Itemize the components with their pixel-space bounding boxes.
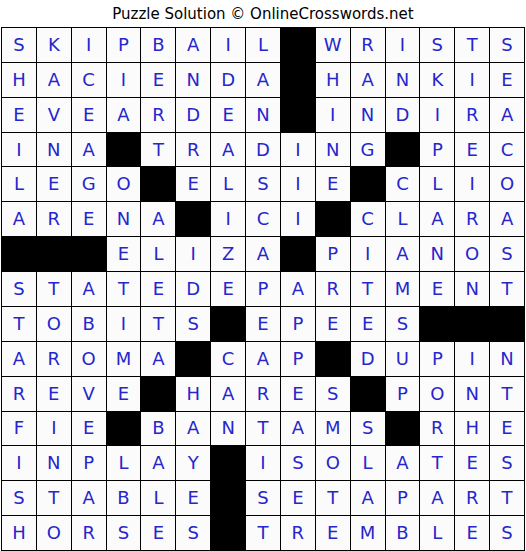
black-cell-r10c10 [316,342,350,376]
letter-cell-r4c13: P [420,133,454,167]
letter-cell-r13c5: A [141,446,175,480]
letter-cell-r15c12: B [386,516,420,550]
letter-cell-r14c1: S [2,481,36,515]
letter-cell-r13c1: I [2,446,36,480]
letter-cell-r9c5: T [141,307,175,341]
letter-cell-r13c4: L [107,446,141,480]
letter-cell-r1c8: L [246,28,280,62]
letter-cell-r14c10: T [316,481,350,515]
letter-cell-r12c7: N [211,412,245,446]
letter-cell-r2c5: E [141,63,175,97]
letter-cell-r9c2: O [37,307,71,341]
letter-cell-r2c15: E [490,63,524,97]
letter-cell-r14c13: A [420,481,454,515]
letter-cell-r5c14: I [455,167,489,201]
letter-cell-r10c14: I [455,342,489,376]
black-cell-r6c10 [316,202,350,236]
letter-cell-r12c3: E [72,412,106,446]
letter-cell-r6c11: C [351,202,385,236]
letter-cell-r4c9: I [281,133,315,167]
letter-cell-r9c3: B [72,307,106,341]
letter-cell-r3c12: D [386,98,420,132]
letter-cell-r13c6: Y [176,446,210,480]
letter-cell-r8c14: N [455,272,489,306]
letter-cell-r1c15: S [490,28,524,62]
letter-cell-r9c6: S [176,307,210,341]
letter-cell-r5c6: E [176,167,210,201]
letter-cell-r12c9: A [281,412,315,446]
black-cell-r11c5 [141,377,175,411]
letter-cell-r5c9: I [281,167,315,201]
letter-cell-r1c5: B [141,28,175,62]
letter-cell-r11c15: T [490,377,524,411]
letter-cell-r3c13: I [420,98,454,132]
black-cell-r11c11 [351,377,385,411]
letter-cell-r14c6: E [176,481,210,515]
letter-cell-r10c15: N [490,342,524,376]
letter-cell-r5c10: E [316,167,350,201]
letter-cell-r5c13: L [420,167,454,201]
letter-cell-r2c2: A [37,63,71,97]
letter-cell-r15c11: M [351,516,385,550]
letter-cell-r3c4: A [107,98,141,132]
letter-cell-r1c4: P [107,28,141,62]
letter-cell-r2c3: C [72,63,106,97]
letter-cell-r12c10: M [316,412,350,446]
letter-cell-r15c14: E [455,516,489,550]
black-cell-r9c14 [455,307,489,341]
letter-cell-r6c12: L [386,202,420,236]
letter-cell-r4c8: D [246,133,280,167]
letter-cell-r7c14: O [455,237,489,271]
letter-cell-r7c12: A [386,237,420,271]
letter-cell-r3c11: N [351,98,385,132]
letter-cell-r10c13: P [420,342,454,376]
letter-cell-r15c13: L [420,516,454,550]
letter-cell-r7c15: S [490,237,524,271]
letter-cell-r6c4: N [107,202,141,236]
letter-cell-r14c8: S [246,481,280,515]
letter-cell-r8c5: E [141,272,175,306]
black-cell-r2c9 [281,63,315,97]
letter-cell-r11c3: V [72,377,106,411]
letter-cell-r15c3: R [72,516,106,550]
letter-cell-r11c6: H [176,377,210,411]
black-cell-r12c4 [107,412,141,446]
letter-cell-r13c14: E [455,446,489,480]
letter-cell-r9c11: E [351,307,385,341]
letter-cell-r13c12: A [386,446,420,480]
black-cell-r12c12 [386,412,420,446]
letter-cell-r14c11: A [351,481,385,515]
letter-cell-r13c3: P [72,446,106,480]
black-cell-r15c7 [211,516,245,550]
letter-cell-r5c15: O [490,167,524,201]
letter-cell-r1c13: S [420,28,454,62]
letter-cell-r11c14: N [455,377,489,411]
letter-cell-r3c6: D [176,98,210,132]
crossword-board: SKIPBAILWRISTSHACIENDAHANKIEEVEARDENINDI… [1,27,525,551]
letter-cell-r14c12: P [386,481,420,515]
letter-cell-r2c11: A [351,63,385,97]
letter-cell-r7c11: I [351,237,385,271]
letter-cell-r14c9: E [281,481,315,515]
letter-cell-r14c3: A [72,481,106,515]
letter-cell-r3c3: E [72,98,106,132]
black-cell-r4c12 [386,133,420,167]
letter-cell-r12c11: S [351,412,385,446]
letter-cell-r14c2: T [37,481,71,515]
letter-cell-r7c10: P [316,237,350,271]
letter-cell-r1c6: A [176,28,210,62]
letter-cell-r8c13: E [420,272,454,306]
letter-cell-r4c11: G [351,133,385,167]
letter-cell-r3c14: R [455,98,489,132]
letter-cell-r14c5: L [141,481,175,515]
letter-cell-r15c1: H [2,516,36,550]
letter-cell-r10c9: P [281,342,315,376]
letter-cell-r7c7: Z [211,237,245,271]
letter-cell-r6c15: A [490,202,524,236]
letter-cell-r4c15: C [490,133,524,167]
letter-cell-r12c13: R [420,412,454,446]
letter-cell-r1c2: K [37,28,71,62]
page-title: Puzzle Solution © OnlineCrosswords.net [0,0,526,27]
letter-cell-r13c2: N [37,446,71,480]
letter-cell-r8c1: S [2,272,36,306]
letter-cell-r15c8: T [246,516,280,550]
black-cell-r7c1 [2,237,36,271]
letter-cell-r8c15: T [490,272,524,306]
letter-cell-r6c2: R [37,202,71,236]
letter-cell-r6c5: A [141,202,175,236]
letter-cell-r2c12: N [386,63,420,97]
letter-cell-r9c12: S [386,307,420,341]
black-cell-r3c9 [281,98,315,132]
letter-cell-r10c5: A [141,342,175,376]
letter-cell-r11c9: E [281,377,315,411]
letter-cell-r10c8: A [246,342,280,376]
letter-cell-r4c7: A [211,133,245,167]
letter-cell-r5c1: L [2,167,36,201]
black-cell-r7c2 [37,237,71,271]
letter-cell-r8c7: E [211,272,245,306]
black-cell-r14c7 [211,481,245,515]
letter-cell-r8c8: P [246,272,280,306]
letter-cell-r5c12: C [386,167,420,201]
letter-cell-r1c11: R [351,28,385,62]
letter-cell-r8c4: T [107,272,141,306]
letter-cell-r6c9: I [281,202,315,236]
black-cell-r7c9 [281,237,315,271]
letter-cell-r14c14: R [455,481,489,515]
letter-cell-r3c7: E [211,98,245,132]
letter-cell-r6c7: I [211,202,245,236]
letter-cell-r8c11: T [351,272,385,306]
black-cell-r5c11 [351,167,385,201]
letter-cell-r9c9: P [281,307,315,341]
letter-cell-r9c10: E [316,307,350,341]
black-cell-r4c4 [107,133,141,167]
letter-cell-r7c5: L [141,237,175,271]
letter-cell-r6c8: C [246,202,280,236]
letter-cell-r2c10: H [316,63,350,97]
letter-cell-r5c3: G [72,167,106,201]
black-cell-r10c6 [176,342,210,376]
letter-cell-r2c4: I [107,63,141,97]
letter-cell-r4c6: R [176,133,210,167]
letter-cell-r2c7: D [211,63,245,97]
letter-cell-r13c8: I [246,446,280,480]
letter-cell-r12c5: B [141,412,175,446]
letter-cell-r9c8: E [246,307,280,341]
letter-cell-r1c1: S [2,28,36,62]
letter-cell-r8c9: A [281,272,315,306]
letter-cell-r12c8: T [246,412,280,446]
letter-cell-r8c2: T [37,272,71,306]
letter-cell-r7c13: N [420,237,454,271]
letter-cell-r4c5: T [141,133,175,167]
letter-cell-r2c8: A [246,63,280,97]
letter-cell-r11c8: R [246,377,280,411]
letter-cell-r5c8: S [246,167,280,201]
letter-cell-r6c13: A [420,202,454,236]
letter-cell-r14c4: B [107,481,141,515]
letter-cell-r15c6: S [176,516,210,550]
letter-cell-r15c10: E [316,516,350,550]
letter-cell-r12c15: E [490,412,524,446]
letter-cell-r7c8: A [246,237,280,271]
letter-cell-r1c7: I [211,28,245,62]
letter-cell-r6c14: R [455,202,489,236]
letter-cell-r15c2: O [37,516,71,550]
letter-cell-r3c15: A [490,98,524,132]
letter-cell-r15c9: R [281,516,315,550]
letter-cell-r15c4: S [107,516,141,550]
black-cell-r13c7 [211,446,245,480]
letter-cell-r13c15: S [490,446,524,480]
letter-cell-r11c7: A [211,377,245,411]
letter-cell-r15c5: E [141,516,175,550]
letter-cell-r2c6: N [176,63,210,97]
black-cell-r7c3 [72,237,106,271]
letter-cell-r10c7: C [211,342,245,376]
letter-cell-r11c13: O [420,377,454,411]
letter-cell-r10c11: D [351,342,385,376]
letter-cell-r2c13: K [420,63,454,97]
letter-cell-r4c14: E [455,133,489,167]
letter-cell-r13c9: S [281,446,315,480]
letter-cell-r7c6: I [176,237,210,271]
letter-cell-r8c6: D [176,272,210,306]
letter-cell-r4c2: N [37,133,71,167]
letter-cell-r4c3: A [72,133,106,167]
letter-cell-r5c7: L [211,167,245,201]
letter-cell-r7c4: E [107,237,141,271]
letter-cell-r9c4: I [107,307,141,341]
letter-cell-r5c2: E [37,167,71,201]
letter-cell-r1c14: T [455,28,489,62]
letter-cell-r6c3: E [72,202,106,236]
black-cell-r9c15 [490,307,524,341]
letter-cell-r12c6: A [176,412,210,446]
black-cell-r6c6 [176,202,210,236]
letter-cell-r8c12: M [386,272,420,306]
letter-cell-r3c5: R [141,98,175,132]
letter-cell-r2c14: I [455,63,489,97]
letter-cell-r1c10: W [316,28,350,62]
letter-cell-r4c10: N [316,133,350,167]
letter-cell-r11c2: E [37,377,71,411]
letter-cell-r10c1: A [2,342,36,376]
letter-cell-r10c4: M [107,342,141,376]
black-cell-r9c13 [420,307,454,341]
letter-cell-r1c3: I [72,28,106,62]
letter-cell-r3c1: E [2,98,36,132]
letter-cell-r2c1: H [2,63,36,97]
letter-cell-r8c3: A [72,272,106,306]
black-cell-r5c5 [141,167,175,201]
letter-cell-r10c12: U [386,342,420,376]
crossword-solution-page: Puzzle Solution © OnlineCrosswords.net S… [0,0,526,551]
letter-cell-r3c8: N [246,98,280,132]
letter-cell-r3c10: I [316,98,350,132]
letter-cell-r11c12: P [386,377,420,411]
letter-cell-r8c10: R [316,272,350,306]
letter-cell-r11c4: E [107,377,141,411]
black-cell-r1c9 [281,28,315,62]
letter-cell-r13c10: O [316,446,350,480]
letter-cell-r1c12: I [386,28,420,62]
letter-cell-r15c15: S [490,516,524,550]
letter-cell-r13c13: T [420,446,454,480]
letter-cell-r4c1: I [2,133,36,167]
letter-cell-r12c1: F [2,412,36,446]
letter-cell-r13c11: L [351,446,385,480]
letter-cell-r5c4: O [107,167,141,201]
letter-cell-r12c14: H [455,412,489,446]
letter-cell-r12c2: I [37,412,71,446]
letter-cell-r6c1: A [2,202,36,236]
letter-cell-r14c15: T [490,481,524,515]
letter-cell-r10c3: O [72,342,106,376]
black-cell-r9c7 [211,307,245,341]
letter-cell-r9c1: T [2,307,36,341]
letter-cell-r11c1: R [2,377,36,411]
letter-cell-r10c2: R [37,342,71,376]
letter-cell-r3c2: V [37,98,71,132]
letter-cell-r11c10: S [316,377,350,411]
